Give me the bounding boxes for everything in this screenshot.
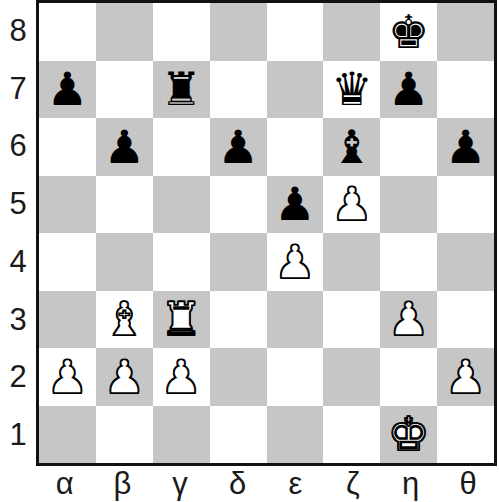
- square-ε8[interactable]: [267, 3, 324, 61]
- square-β7[interactable]: [96, 61, 153, 119]
- square-β5[interactable]: [96, 176, 153, 234]
- black-pawn-α7[interactable]: ♟: [47, 66, 88, 112]
- square-η6[interactable]: [380, 118, 437, 176]
- rank-label-4: 4: [0, 233, 36, 291]
- square-β2[interactable]: ♟: [96, 348, 153, 406]
- black-king-η8[interactable]: ♚: [388, 9, 429, 55]
- white-pawn-θ2[interactable]: ♟: [445, 354, 486, 400]
- square-ε1[interactable]: [267, 406, 324, 464]
- file-label-δ: δ: [209, 464, 267, 502]
- square-γ3[interactable]: ♜: [153, 291, 210, 349]
- square-γ8[interactable]: [153, 3, 210, 61]
- square-γ5[interactable]: [153, 176, 210, 234]
- file-label-γ: γ: [151, 464, 209, 502]
- square-ζ3[interactable]: [323, 291, 380, 349]
- square-α3[interactable]: [39, 291, 96, 349]
- square-β6[interactable]: ♟: [96, 118, 153, 176]
- square-θ1[interactable]: [437, 406, 494, 464]
- square-η3[interactable]: ♟: [380, 291, 437, 349]
- chess-diagram: 87654321 ♚♟♜♛♟♟♟♝♟♟♟♟♝♜♟♟♟♟♟♚ αβγδεζηθ: [0, 0, 499, 502]
- black-pawn-β6[interactable]: ♟: [104, 124, 145, 170]
- rank-label-3: 3: [0, 291, 36, 349]
- square-δ3[interactable]: [210, 291, 267, 349]
- square-ζ4[interactable]: [323, 233, 380, 291]
- square-ε5[interactable]: ♟: [267, 176, 324, 234]
- square-α1[interactable]: [39, 406, 96, 464]
- square-η2[interactable]: [380, 348, 437, 406]
- square-ε2[interactable]: [267, 348, 324, 406]
- file-labels: αβγδεζηθ: [36, 464, 497, 502]
- square-α7[interactable]: ♟: [39, 61, 96, 119]
- rank-label-1: 1: [0, 406, 36, 464]
- file-label-α: α: [36, 464, 94, 502]
- file-label-η: η: [382, 464, 440, 502]
- square-θ6[interactable]: ♟: [437, 118, 494, 176]
- file-label-ζ: ζ: [324, 464, 382, 502]
- square-η7[interactable]: ♟: [380, 61, 437, 119]
- square-ζ2[interactable]: [323, 348, 380, 406]
- square-η8[interactable]: ♚: [380, 3, 437, 61]
- black-pawn-ε5[interactable]: ♟: [274, 181, 315, 227]
- square-γ1[interactable]: [153, 406, 210, 464]
- chess-board: ♚♟♜♛♟♟♟♝♟♟♟♟♝♜♟♟♟♟♟♚: [36, 0, 497, 466]
- square-θ3[interactable]: [437, 291, 494, 349]
- file-label-β: β: [94, 464, 152, 502]
- square-β1[interactable]: [96, 406, 153, 464]
- black-pawn-θ6[interactable]: ♟: [445, 124, 486, 170]
- rank-label-5: 5: [0, 175, 36, 233]
- square-γ4[interactable]: [153, 233, 210, 291]
- white-pawn-η3[interactable]: ♟: [388, 296, 429, 342]
- black-pawn-δ6[interactable]: ♟: [217, 124, 258, 170]
- square-γ6[interactable]: [153, 118, 210, 176]
- white-pawn-β2[interactable]: ♟: [104, 354, 145, 400]
- white-pawn-α2[interactable]: ♟: [47, 354, 88, 400]
- white-pawn-γ2[interactable]: ♟: [161, 354, 202, 400]
- black-pawn-η7[interactable]: ♟: [388, 66, 429, 112]
- square-θ2[interactable]: ♟: [437, 348, 494, 406]
- square-ε4[interactable]: ♟: [267, 233, 324, 291]
- square-γ7[interactable]: ♜: [153, 61, 210, 119]
- square-δ5[interactable]: [210, 176, 267, 234]
- rank-label-8: 8: [0, 2, 36, 60]
- square-θ7[interactable]: [437, 61, 494, 119]
- square-θ5[interactable]: [437, 176, 494, 234]
- black-bishop-ζ6[interactable]: ♝: [331, 124, 372, 170]
- white-king-η1[interactable]: ♚: [388, 411, 429, 457]
- square-θ8[interactable]: [437, 3, 494, 61]
- square-γ2[interactable]: ♟: [153, 348, 210, 406]
- square-α6[interactable]: [39, 118, 96, 176]
- white-bishop-β3[interactable]: ♝: [104, 296, 145, 342]
- square-δ4[interactable]: [210, 233, 267, 291]
- black-rook-γ7[interactable]: ♜: [161, 66, 202, 112]
- file-label-ε: ε: [267, 464, 325, 502]
- square-δ7[interactable]: [210, 61, 267, 119]
- square-δ6[interactable]: ♟: [210, 118, 267, 176]
- square-ζ8[interactable]: [323, 3, 380, 61]
- square-β8[interactable]: [96, 3, 153, 61]
- square-β3[interactable]: ♝: [96, 291, 153, 349]
- square-α5[interactable]: [39, 176, 96, 234]
- square-ζ6[interactable]: ♝: [323, 118, 380, 176]
- square-ε6[interactable]: [267, 118, 324, 176]
- square-η1[interactable]: ♚: [380, 406, 437, 464]
- square-η5[interactable]: [380, 176, 437, 234]
- square-ζ7[interactable]: ♛: [323, 61, 380, 119]
- square-α8[interactable]: [39, 3, 96, 61]
- square-δ1[interactable]: [210, 406, 267, 464]
- rank-labels: 87654321: [0, 2, 36, 464]
- rank-label-7: 7: [0, 60, 36, 118]
- square-θ4[interactable]: [437, 233, 494, 291]
- rank-label-6: 6: [0, 118, 36, 176]
- rank-label-2: 2: [0, 349, 36, 407]
- black-queen-ζ7[interactable]: ♛: [331, 66, 372, 112]
- white-pawn-ζ5[interactable]: ♟: [331, 181, 372, 227]
- file-label-θ: θ: [439, 464, 497, 502]
- square-ε7[interactable]: [267, 61, 324, 119]
- square-ε3[interactable]: [267, 291, 324, 349]
- square-β4[interactable]: [96, 233, 153, 291]
- square-δ8[interactable]: [210, 3, 267, 61]
- square-η4[interactable]: [380, 233, 437, 291]
- square-ζ1[interactable]: [323, 406, 380, 464]
- white-pawn-ε4[interactable]: ♟: [274, 239, 315, 285]
- square-δ2[interactable]: [210, 348, 267, 406]
- square-α4[interactable]: [39, 233, 96, 291]
- white-rook-γ3[interactable]: ♜: [161, 296, 202, 342]
- square-ζ5[interactable]: ♟: [323, 176, 380, 234]
- square-α2[interactable]: ♟: [39, 348, 96, 406]
